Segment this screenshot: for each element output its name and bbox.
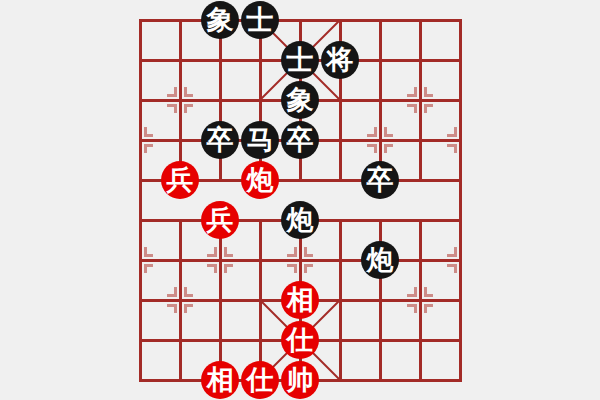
piece-black-advisor[interactable]: 士 [281, 41, 319, 79]
piece-black-elephant[interactable]: 象 [201, 1, 239, 39]
piece-black-soldier[interactable]: 卒 [281, 121, 319, 159]
piece-black-horse[interactable]: 马 [241, 121, 279, 159]
piece-black-cannon[interactable]: 炮 [361, 241, 399, 279]
pieces-grid: 象士士将象卒马卒兵炮卒兵炮炮相仕相仕帅 [120, 0, 480, 400]
piece-black-elephant[interactable]: 象 [281, 81, 319, 119]
piece-red-soldier[interactable]: 兵 [161, 161, 199, 199]
piece-red-elephant[interactable]: 相 [281, 281, 319, 319]
piece-red-soldier[interactable]: 兵 [201, 201, 239, 239]
piece-red-advisor[interactable]: 仕 [241, 361, 279, 399]
piece-black-soldier[interactable]: 卒 [201, 121, 239, 159]
piece-red-advisor[interactable]: 仕 [281, 321, 319, 359]
piece-black-soldier[interactable]: 卒 [361, 161, 399, 199]
piece-black-advisor[interactable]: 士 [241, 1, 279, 39]
piece-red-elephant[interactable]: 相 [201, 361, 239, 399]
xiangqi-board: 象士士将象卒马卒兵炮卒兵炮炮相仕相仕帅 [0, 0, 600, 400]
piece-black-cannon[interactable]: 炮 [281, 201, 319, 239]
piece-black-general[interactable]: 将 [321, 41, 359, 79]
piece-red-cannon[interactable]: 炮 [241, 161, 279, 199]
piece-red-general[interactable]: 帅 [281, 361, 319, 399]
